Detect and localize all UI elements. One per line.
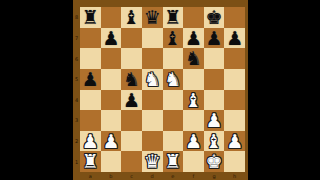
white-bishop[interactable]: ♝ [204,131,225,152]
black-pawn[interactable]: ♟ [121,90,142,111]
black-knight[interactable]: ♞ [121,69,142,90]
square-a7[interactable] [80,28,101,49]
white-rook[interactable]: ♜ [80,151,101,172]
file-label-e: e [163,172,184,180]
black-pawn[interactable]: ♟ [224,28,245,49]
square-g1[interactable]: ♚ [204,151,225,172]
square-f8[interactable] [183,7,204,28]
square-h3[interactable] [224,110,245,131]
black-rook[interactable]: ♜ [163,7,184,28]
square-g5[interactable] [204,69,225,90]
square-g3[interactable]: ♟ [204,110,225,131]
square-b4[interactable] [101,90,122,111]
black-pawn[interactable]: ♟ [204,28,225,49]
square-d3[interactable] [142,110,163,131]
white-rook[interactable]: ♜ [163,151,184,172]
square-f4[interactable]: ♝ [183,90,204,111]
square-c2[interactable] [121,131,142,152]
square-c6[interactable] [121,48,142,69]
white-king[interactable]: ♚ [204,151,225,172]
rank-labels: 87654321 [73,7,80,172]
black-pawn[interactable]: ♟ [101,28,122,49]
square-b7[interactable]: ♟ [101,28,122,49]
file-label-a: a [80,172,101,180]
square-a4[interactable] [80,90,101,111]
square-h7[interactable]: ♟ [224,28,245,49]
square-f3[interactable] [183,110,204,131]
square-g6[interactable] [204,48,225,69]
square-a8[interactable]: ♜ [80,7,101,28]
square-d1[interactable]: ♛ [142,151,163,172]
square-b3[interactable] [101,110,122,131]
square-f6[interactable]: ♞ [183,48,204,69]
square-a5[interactable]: ♟ [80,69,101,90]
file-label-b: b [101,172,122,180]
square-h1[interactable] [224,151,245,172]
square-e6[interactable] [163,48,184,69]
rank-label-1: 1 [73,151,80,172]
square-a6[interactable] [80,48,101,69]
square-h5[interactable] [224,69,245,90]
square-g2[interactable]: ♝ [204,131,225,152]
square-b6[interactable] [101,48,122,69]
rank-label-6: 6 [73,48,80,69]
black-bishop[interactable]: ♝ [121,7,142,28]
square-e7[interactable]: ♝ [163,28,184,49]
black-king[interactable]: ♚ [204,7,225,28]
square-f7[interactable]: ♟ [183,28,204,49]
square-a3[interactable] [80,110,101,131]
square-g8[interactable]: ♚ [204,7,225,28]
square-d2[interactable] [142,131,163,152]
square-h6[interactable] [224,48,245,69]
white-knight[interactable]: ♞ [142,69,163,90]
letterbox-right [248,0,320,180]
white-knight[interactable]: ♞ [163,69,184,90]
black-pawn[interactable]: ♟ [183,28,204,49]
white-pawn[interactable]: ♟ [183,131,204,152]
square-c5[interactable]: ♞ [121,69,142,90]
white-pawn[interactable]: ♟ [224,131,245,152]
white-pawn[interactable]: ♟ [204,110,225,131]
chess-board: ♜♝♛♜♚♟♝♟♟♟♞♟♞♞♞♟♝♟♟♟♟♝♟♜♛♜♚ [80,7,245,172]
file-label-h: h [224,172,245,180]
rank-label-7: 7 [73,28,80,49]
file-label-f: f [183,172,204,180]
rank-label-5: 5 [73,69,80,90]
square-h2[interactable]: ♟ [224,131,245,152]
square-h4[interactable] [224,90,245,111]
square-e5[interactable]: ♞ [163,69,184,90]
square-d8[interactable]: ♛ [142,7,163,28]
square-f2[interactable]: ♟ [183,131,204,152]
square-c7[interactable] [121,28,142,49]
black-bishop[interactable]: ♝ [163,28,184,49]
square-h8[interactable] [224,7,245,28]
square-c8[interactable]: ♝ [121,7,142,28]
black-knight[interactable]: ♞ [183,48,204,69]
square-c4[interactable]: ♟ [121,90,142,111]
square-d4[interactable] [142,90,163,111]
black-queen[interactable]: ♛ [142,7,163,28]
square-f1[interactable] [183,151,204,172]
white-pawn[interactable]: ♟ [101,131,122,152]
black-rook[interactable]: ♜ [80,7,101,28]
square-c1[interactable] [121,151,142,172]
square-d7[interactable] [142,28,163,49]
white-queen[interactable]: ♛ [142,151,163,172]
white-pawn[interactable]: ♟ [80,131,101,152]
black-pawn[interactable]: ♟ [80,69,101,90]
square-d5[interactable]: ♞ [142,69,163,90]
square-e2[interactable] [163,131,184,152]
rank-label-8: 8 [73,7,80,28]
square-e3[interactable] [163,110,184,131]
screenshot-stage: 87654321 abcdefgh ♜♝♛♜♚♟♝♟♟♟♞♟♞♞♞♟♝♟♟♟♟♝… [0,0,320,180]
file-label-d: d [142,172,163,180]
square-a2[interactable]: ♟ [80,131,101,152]
rank-label-4: 4 [73,90,80,111]
square-a1[interactable]: ♜ [80,151,101,172]
square-e8[interactable]: ♜ [163,7,184,28]
square-b2[interactable]: ♟ [101,131,122,152]
square-g7[interactable]: ♟ [204,28,225,49]
square-b8[interactable] [101,7,122,28]
square-e1[interactable]: ♜ [163,151,184,172]
square-b5[interactable] [101,69,122,90]
square-b1[interactable] [101,151,122,172]
square-g4[interactable] [204,90,225,111]
white-bishop[interactable]: ♝ [183,90,204,111]
square-c3[interactable] [121,110,142,131]
square-f5[interactable] [183,69,204,90]
chess-board-frame: 87654321 abcdefgh ♜♝♛♜♚♟♝♟♟♟♞♟♞♞♞♟♝♟♟♟♟♝… [73,0,248,180]
file-labels: abcdefgh [80,172,245,180]
square-d6[interactable] [142,48,163,69]
letterbox-left [0,0,73,180]
rank-label-3: 3 [73,110,80,131]
rank-label-2: 2 [73,131,80,152]
square-e4[interactable] [163,90,184,111]
file-label-c: c [121,172,142,180]
file-label-g: g [204,172,225,180]
